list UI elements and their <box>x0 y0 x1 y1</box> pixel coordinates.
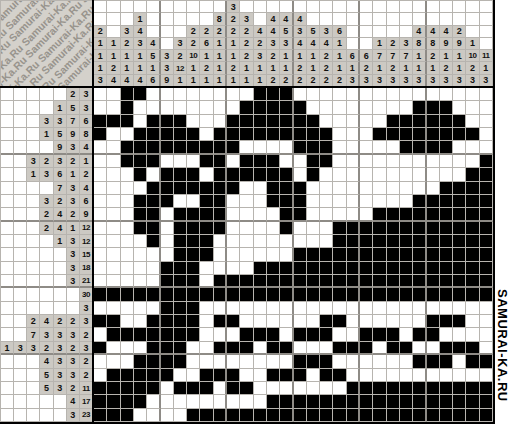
grid-cell[interactable] <box>267 128 280 141</box>
grid-cell[interactable] <box>360 182 373 195</box>
grid-cell[interactable] <box>466 155 479 168</box>
grid-cell[interactable] <box>227 208 240 221</box>
grid-cell[interactable] <box>373 141 386 154</box>
grid-cell[interactable] <box>466 182 479 195</box>
grid-cell[interactable] <box>413 369 426 382</box>
grid-cell[interactable] <box>387 88 400 101</box>
grid-cell[interactable] <box>254 342 267 355</box>
grid-cell[interactable] <box>294 101 307 114</box>
grid-cell[interactable] <box>466 235 479 248</box>
grid-cell[interactable] <box>107 222 120 235</box>
grid-cell[interactable] <box>307 235 320 248</box>
grid-cell[interactable] <box>333 288 346 301</box>
grid-cell[interactable] <box>174 369 187 382</box>
grid-cell[interactable] <box>400 248 413 261</box>
grid-cell[interactable] <box>360 342 373 355</box>
grid-cell[interactable] <box>121 141 134 154</box>
grid-cell[interactable] <box>200 302 213 315</box>
grid-cell[interactable] <box>107 262 120 275</box>
grid-cell[interactable] <box>453 342 466 355</box>
grid-cell[interactable] <box>333 409 346 422</box>
grid-cell[interactable] <box>427 222 440 235</box>
grid-cell[interactable] <box>187 315 200 328</box>
grid-cell[interactable] <box>200 88 213 101</box>
grid-cell[interactable] <box>333 88 346 101</box>
grid-cell[interactable] <box>121 369 134 382</box>
grid-cell[interactable] <box>267 369 280 382</box>
grid-cell[interactable] <box>161 315 174 328</box>
grid-cell[interactable] <box>161 355 174 368</box>
grid-cell[interactable] <box>307 208 320 221</box>
grid-cell[interactable] <box>400 262 413 275</box>
grid-cell[interactable] <box>280 208 293 221</box>
grid-cell[interactable] <box>307 328 320 341</box>
grid-cell[interactable] <box>466 302 479 315</box>
grid-cell[interactable] <box>254 141 267 154</box>
grid-cell[interactable] <box>107 382 120 395</box>
grid-cell[interactable] <box>240 101 253 114</box>
grid-cell[interactable] <box>267 182 280 195</box>
grid-cell[interactable] <box>440 342 453 355</box>
grid-cell[interactable] <box>347 395 360 408</box>
grid-cell[interactable] <box>267 248 280 261</box>
grid-cell[interactable] <box>320 395 333 408</box>
grid-cell[interactable] <box>373 208 386 221</box>
grid-cell[interactable] <box>440 182 453 195</box>
grid-cell[interactable] <box>466 208 479 221</box>
grid-cell[interactable] <box>267 315 280 328</box>
grid-cell[interactable] <box>294 275 307 288</box>
grid-cell[interactable] <box>453 168 466 181</box>
grid-cell[interactable] <box>240 141 253 154</box>
grid-cell[interactable] <box>134 409 147 422</box>
grid-cell[interactable] <box>147 262 160 275</box>
grid-cell[interactable] <box>94 168 107 181</box>
grid-cell[interactable] <box>121 409 134 422</box>
grid-cell[interactable] <box>280 369 293 382</box>
grid-cell[interactable] <box>214 141 227 154</box>
grid-cell[interactable] <box>453 328 466 341</box>
grid-cell[interactable] <box>147 409 160 422</box>
grid-cell[interactable] <box>121 222 134 235</box>
grid-cell[interactable] <box>187 409 200 422</box>
grid-cell[interactable] <box>187 222 200 235</box>
grid-cell[interactable] <box>147 302 160 315</box>
grid-cell[interactable] <box>466 315 479 328</box>
grid-cell[interactable] <box>174 88 187 101</box>
grid-cell[interactable] <box>387 208 400 221</box>
grid-cell[interactable] <box>147 369 160 382</box>
grid-cell[interactable] <box>480 182 493 195</box>
grid-cell[interactable] <box>240 128 253 141</box>
grid-cell[interactable] <box>254 315 267 328</box>
grid-cell[interactable] <box>387 409 400 422</box>
grid-cell[interactable] <box>400 182 413 195</box>
grid-cell[interactable] <box>373 302 386 315</box>
grid-cell[interactable] <box>347 101 360 114</box>
grid-cell[interactable] <box>134 355 147 368</box>
grid-cell[interactable] <box>227 409 240 422</box>
grid-cell[interactable] <box>134 395 147 408</box>
grid-cell[interactable] <box>107 395 120 408</box>
grid-cell[interactable] <box>440 248 453 261</box>
grid-cell[interactable] <box>280 342 293 355</box>
grid-cell[interactable] <box>161 141 174 154</box>
grid-cell[interactable] <box>200 328 213 341</box>
grid-cell[interactable] <box>254 182 267 195</box>
grid-cell[interactable] <box>413 248 426 261</box>
grid-cell[interactable] <box>294 222 307 235</box>
grid-cell[interactable] <box>480 128 493 141</box>
grid-cell[interactable] <box>134 369 147 382</box>
grid-cell[interactable] <box>427 128 440 141</box>
grid-cell[interactable] <box>94 235 107 248</box>
grid-cell[interactable] <box>214 328 227 341</box>
grid-cell[interactable] <box>307 248 320 261</box>
grid-cell[interactable] <box>240 195 253 208</box>
grid-cell[interactable] <box>200 168 213 181</box>
grid-cell[interactable] <box>240 88 253 101</box>
grid-cell[interactable] <box>333 355 346 368</box>
grid-cell[interactable] <box>294 208 307 221</box>
grid-cell[interactable] <box>147 315 160 328</box>
grid-cell[interactable] <box>121 195 134 208</box>
grid-cell[interactable] <box>387 369 400 382</box>
grid-cell[interactable] <box>94 302 107 315</box>
grid-cell[interactable] <box>466 115 479 128</box>
grid-cell[interactable] <box>227 355 240 368</box>
grid-cell[interactable] <box>440 141 453 154</box>
grid-cell[interactable] <box>387 395 400 408</box>
grid-cell[interactable] <box>333 155 346 168</box>
grid-cell[interactable] <box>480 369 493 382</box>
grid-cell[interactable] <box>147 275 160 288</box>
grid-cell[interactable] <box>134 288 147 301</box>
grid-cell[interactable] <box>267 141 280 154</box>
grid-cell[interactable] <box>174 409 187 422</box>
grid-cell[interactable] <box>360 115 373 128</box>
grid-cell[interactable] <box>107 101 120 114</box>
grid-cell[interactable] <box>480 328 493 341</box>
grid-cell[interactable] <box>174 275 187 288</box>
grid-cell[interactable] <box>347 288 360 301</box>
grid-cell[interactable] <box>294 328 307 341</box>
grid-cell[interactable] <box>466 141 479 154</box>
grid-cell[interactable] <box>107 155 120 168</box>
grid-cell[interactable] <box>174 168 187 181</box>
grid-cell[interactable] <box>387 168 400 181</box>
grid-cell[interactable] <box>94 275 107 288</box>
grid-cell[interactable] <box>240 168 253 181</box>
grid-cell[interactable] <box>307 275 320 288</box>
grid-cell[interactable] <box>280 115 293 128</box>
grid-cell[interactable] <box>134 382 147 395</box>
grid-cell[interactable] <box>107 275 120 288</box>
grid-cell[interactable] <box>187 88 200 101</box>
grid-cell[interactable] <box>147 88 160 101</box>
grid-cell[interactable] <box>174 382 187 395</box>
grid-cell[interactable] <box>427 409 440 422</box>
grid-cell[interactable] <box>387 195 400 208</box>
grid-cell[interactable] <box>320 342 333 355</box>
grid-cell[interactable] <box>214 168 227 181</box>
grid-cell[interactable] <box>227 168 240 181</box>
grid-cell[interactable] <box>161 115 174 128</box>
grid-cell[interactable] <box>267 88 280 101</box>
grid-cell[interactable] <box>294 315 307 328</box>
grid-cell[interactable] <box>254 248 267 261</box>
grid-cell[interactable] <box>147 182 160 195</box>
grid-cell[interactable] <box>307 88 320 101</box>
grid-cell[interactable] <box>307 128 320 141</box>
grid-cell[interactable] <box>440 222 453 235</box>
grid-cell[interactable] <box>267 395 280 408</box>
grid-cell[interactable] <box>320 382 333 395</box>
grid-cell[interactable] <box>413 128 426 141</box>
grid-cell[interactable] <box>187 155 200 168</box>
grid-cell[interactable] <box>147 101 160 114</box>
grid-cell[interactable] <box>227 235 240 248</box>
grid-cell[interactable] <box>107 115 120 128</box>
grid-cell[interactable] <box>187 208 200 221</box>
grid-cell[interactable] <box>134 155 147 168</box>
grid-cell[interactable] <box>200 155 213 168</box>
grid-cell[interactable] <box>267 302 280 315</box>
grid-cell[interactable] <box>387 382 400 395</box>
grid-cell[interactable] <box>280 382 293 395</box>
grid-cell[interactable] <box>347 195 360 208</box>
grid-cell[interactable] <box>280 275 293 288</box>
grid-cell[interactable] <box>333 115 346 128</box>
grid-cell[interactable] <box>121 275 134 288</box>
grid-cell[interactable] <box>227 155 240 168</box>
grid-cell[interactable] <box>307 395 320 408</box>
grid-cell[interactable] <box>373 262 386 275</box>
grid-cell[interactable] <box>373 275 386 288</box>
grid-cell[interactable] <box>427 141 440 154</box>
grid-cell[interactable] <box>200 355 213 368</box>
grid-cell[interactable] <box>320 88 333 101</box>
grid-cell[interactable] <box>214 288 227 301</box>
grid-cell[interactable] <box>121 155 134 168</box>
grid-cell[interactable] <box>320 275 333 288</box>
grid-cell[interactable] <box>94 248 107 261</box>
grid-cell[interactable] <box>480 262 493 275</box>
grid-cell[interactable] <box>320 302 333 315</box>
grid-cell[interactable] <box>214 208 227 221</box>
grid-cell[interactable] <box>360 155 373 168</box>
grid-cell[interactable] <box>240 248 253 261</box>
grid-cell[interactable] <box>294 88 307 101</box>
grid-cell[interactable] <box>413 395 426 408</box>
grid-cell[interactable] <box>480 88 493 101</box>
grid-cell[interactable] <box>453 288 466 301</box>
grid-cell[interactable] <box>240 235 253 248</box>
grid-cell[interactable] <box>400 115 413 128</box>
grid-cell[interactable] <box>453 355 466 368</box>
grid-cell[interactable] <box>427 328 440 341</box>
grid-cell[interactable] <box>200 248 213 261</box>
grid-cell[interactable] <box>147 355 160 368</box>
grid-cell[interactable] <box>360 315 373 328</box>
grid-cell[interactable] <box>413 101 426 114</box>
grid-cell[interactable] <box>161 369 174 382</box>
grid-cell[interactable] <box>121 235 134 248</box>
grid-cell[interactable] <box>400 328 413 341</box>
grid-cell[interactable] <box>373 155 386 168</box>
grid-cell[interactable] <box>466 101 479 114</box>
grid-cell[interactable] <box>134 328 147 341</box>
grid-cell[interactable] <box>214 235 227 248</box>
grid-cell[interactable] <box>480 382 493 395</box>
grid-cell[interactable] <box>161 168 174 181</box>
grid-cell[interactable] <box>227 342 240 355</box>
grid-cell[interactable] <box>387 302 400 315</box>
grid-cell[interactable] <box>121 382 134 395</box>
grid-cell[interactable] <box>147 141 160 154</box>
grid-cell[interactable] <box>240 288 253 301</box>
grid-cell[interactable] <box>320 409 333 422</box>
grid-cell[interactable] <box>161 302 174 315</box>
grid-cell[interactable] <box>307 168 320 181</box>
grid-cell[interactable] <box>200 208 213 221</box>
grid-cell[interactable] <box>373 315 386 328</box>
grid-cell[interactable] <box>466 409 479 422</box>
grid-cell[interactable] <box>320 115 333 128</box>
grid-cell[interactable] <box>267 409 280 422</box>
grid-cell[interactable] <box>240 262 253 275</box>
grid-cell[interactable] <box>200 182 213 195</box>
grid-cell[interactable] <box>161 88 174 101</box>
grid-cell[interactable] <box>440 409 453 422</box>
grid-cell[interactable] <box>427 288 440 301</box>
grid-cell[interactable] <box>214 182 227 195</box>
grid-cell[interactable] <box>413 262 426 275</box>
grid-cell[interactable] <box>466 395 479 408</box>
grid-cell[interactable] <box>267 208 280 221</box>
grid-cell[interactable] <box>320 288 333 301</box>
grid-cell[interactable] <box>400 155 413 168</box>
grid-cell[interactable] <box>320 128 333 141</box>
grid-cell[interactable] <box>413 88 426 101</box>
grid-cell[interactable] <box>440 369 453 382</box>
grid-cell[interactable] <box>147 222 160 235</box>
grid-cell[interactable] <box>413 315 426 328</box>
grid-cell[interactable] <box>373 369 386 382</box>
grid-cell[interactable] <box>347 342 360 355</box>
grid-cell[interactable] <box>413 382 426 395</box>
grid-cell[interactable] <box>227 288 240 301</box>
grid-cell[interactable] <box>347 182 360 195</box>
grid-cell[interactable] <box>466 369 479 382</box>
grid-cell[interactable] <box>214 195 227 208</box>
grid-cell[interactable] <box>480 395 493 408</box>
grid-cell[interactable] <box>280 182 293 195</box>
grid-cell[interactable] <box>387 342 400 355</box>
grid-cell[interactable] <box>254 168 267 181</box>
grid-cell[interactable] <box>134 141 147 154</box>
grid-cell[interactable] <box>280 235 293 248</box>
grid-cell[interactable] <box>373 355 386 368</box>
grid-cell[interactable] <box>240 275 253 288</box>
grid-cell[interactable] <box>466 88 479 101</box>
grid-cell[interactable] <box>107 355 120 368</box>
grid-cell[interactable] <box>147 208 160 221</box>
grid-cell[interactable] <box>400 315 413 328</box>
grid-cell[interactable] <box>200 315 213 328</box>
grid-cell[interactable] <box>174 328 187 341</box>
grid-cell[interactable] <box>360 409 373 422</box>
grid-cell[interactable] <box>453 275 466 288</box>
grid-cell[interactable] <box>294 182 307 195</box>
grid-cell[interactable] <box>294 128 307 141</box>
grid-cell[interactable] <box>254 128 267 141</box>
grid-cell[interactable] <box>227 315 240 328</box>
grid-cell[interactable] <box>347 235 360 248</box>
grid-cell[interactable] <box>267 155 280 168</box>
grid-cell[interactable] <box>107 168 120 181</box>
grid-cell[interactable] <box>267 101 280 114</box>
grid-cell[interactable] <box>267 355 280 368</box>
grid-cell[interactable] <box>360 355 373 368</box>
grid-cell[interactable] <box>254 101 267 114</box>
grid-cell[interactable] <box>466 262 479 275</box>
grid-cell[interactable] <box>333 235 346 248</box>
grid-cell[interactable] <box>373 235 386 248</box>
grid-cell[interactable] <box>360 101 373 114</box>
grid-cell[interactable] <box>333 195 346 208</box>
grid-cell[interactable] <box>333 275 346 288</box>
grid-cell[interactable] <box>280 195 293 208</box>
grid-cell[interactable] <box>94 288 107 301</box>
grid-cell[interactable] <box>347 168 360 181</box>
grid-cell[interactable] <box>240 382 253 395</box>
grid-cell[interactable] <box>400 128 413 141</box>
grid-cell[interactable] <box>107 88 120 101</box>
grid-cell[interactable] <box>400 395 413 408</box>
grid-cell[interactable] <box>267 382 280 395</box>
grid-cell[interactable] <box>440 288 453 301</box>
grid-cell[interactable] <box>440 315 453 328</box>
grid-cell[interactable] <box>254 262 267 275</box>
grid-cell[interactable] <box>200 128 213 141</box>
grid-cell[interactable] <box>161 409 174 422</box>
grid-cell[interactable] <box>174 288 187 301</box>
grid-cell[interactable] <box>440 88 453 101</box>
grid-cell[interactable] <box>267 328 280 341</box>
grid-cell[interactable] <box>294 155 307 168</box>
grid-cell[interactable] <box>121 168 134 181</box>
grid-cell[interactable] <box>214 315 227 328</box>
grid-cell[interactable] <box>427 195 440 208</box>
grid-cell[interactable] <box>214 262 227 275</box>
grid-cell[interactable] <box>174 248 187 261</box>
grid-cell[interactable] <box>227 101 240 114</box>
grid-cell[interactable] <box>400 168 413 181</box>
grid-cell[interactable] <box>134 275 147 288</box>
grid-cell[interactable] <box>480 275 493 288</box>
grid-cell[interactable] <box>360 395 373 408</box>
grid-cell[interactable] <box>107 182 120 195</box>
grid-cell[interactable] <box>200 288 213 301</box>
grid-cell[interactable] <box>347 208 360 221</box>
grid-cell[interactable] <box>121 115 134 128</box>
grid-cell[interactable] <box>174 101 187 114</box>
grid-cell[interactable] <box>360 222 373 235</box>
grid-cell[interactable] <box>280 128 293 141</box>
grid-cell[interactable] <box>147 342 160 355</box>
grid-cell[interactable] <box>134 315 147 328</box>
